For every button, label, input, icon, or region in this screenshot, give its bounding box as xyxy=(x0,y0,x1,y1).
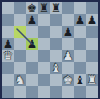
black-pawn[interactable]: ♟ xyxy=(63,26,73,38)
black-rook[interactable]: ♜ xyxy=(51,2,61,14)
white-pawn[interactable]: ♟ xyxy=(63,50,73,62)
square-f6[interactable]: ♟ xyxy=(62,26,74,38)
square-e8[interactable]: ♜ xyxy=(50,2,62,14)
square-b1[interactable] xyxy=(14,86,26,98)
square-h7[interactable]: ♟ xyxy=(86,14,98,26)
square-h5[interactable] xyxy=(86,38,98,50)
square-g2[interactable]: ♝ xyxy=(74,74,86,86)
square-g4[interactable] xyxy=(74,50,86,62)
square-a2[interactable] xyxy=(2,74,14,86)
square-b7[interactable] xyxy=(14,14,26,26)
black-pawn[interactable]: ♟ xyxy=(27,38,37,50)
square-b6[interactable] xyxy=(14,26,26,38)
square-h6[interactable] xyxy=(86,26,98,38)
square-a1[interactable] xyxy=(2,86,14,98)
black-pawn[interactable]: ♟ xyxy=(75,14,85,26)
square-e7[interactable] xyxy=(50,14,62,26)
square-d5[interactable] xyxy=(38,38,50,50)
square-h2[interactable]: ♜ xyxy=(86,74,98,86)
square-d8[interactable]: ♜ xyxy=(38,2,50,14)
square-a4[interactable]: ♛ xyxy=(2,50,14,62)
square-a8[interactable] xyxy=(2,2,14,14)
square-g6[interactable] xyxy=(74,26,86,38)
square-b5[interactable] xyxy=(14,38,26,50)
square-g1[interactable] xyxy=(74,86,86,98)
square-d6[interactable] xyxy=(38,26,50,38)
white-bishop[interactable]: ♝ xyxy=(51,62,61,74)
square-c4[interactable] xyxy=(26,50,38,62)
square-c2[interactable] xyxy=(26,74,38,86)
white-knight[interactable]: ♞ xyxy=(15,74,25,86)
square-e3[interactable]: ♝ xyxy=(50,62,62,74)
square-d7[interactable] xyxy=(38,14,50,26)
square-g5[interactable] xyxy=(74,38,86,50)
black-pawn[interactable]: ♟ xyxy=(87,14,97,26)
square-d3[interactable] xyxy=(38,62,50,74)
square-d1[interactable] xyxy=(38,86,50,98)
board-frame: ♚♜♜♟♟♟♟♟♟♛♟♝♞♚♝♜ xyxy=(0,0,100,99)
black-bishop[interactable]: ♝ xyxy=(75,74,85,86)
square-f2[interactable]: ♚ xyxy=(62,74,74,86)
square-d2[interactable] xyxy=(38,74,50,86)
square-f4[interactable]: ♟ xyxy=(62,50,74,62)
black-pawn[interactable]: ♟ xyxy=(27,14,37,26)
square-c7[interactable]: ♟ xyxy=(26,14,38,26)
square-a7[interactable] xyxy=(2,14,14,26)
black-rook[interactable]: ♜ xyxy=(39,2,49,14)
white-queen[interactable]: ♛ xyxy=(3,50,13,62)
square-a3[interactable] xyxy=(2,62,14,74)
square-e2[interactable] xyxy=(50,74,62,86)
chess-board[interactable]: ♚♜♜♟♟♟♟♟♟♛♟♝♞♚♝♜ xyxy=(2,2,98,98)
square-h1[interactable] xyxy=(86,86,98,98)
white-king[interactable]: ♚ xyxy=(63,74,73,86)
square-b4[interactable] xyxy=(14,50,26,62)
square-b2[interactable]: ♞ xyxy=(14,74,26,86)
square-d4[interactable] xyxy=(38,50,50,62)
square-g7[interactable]: ♟ xyxy=(74,14,86,26)
square-c3[interactable] xyxy=(26,62,38,74)
square-e1[interactable] xyxy=(50,86,62,98)
square-h4[interactable] xyxy=(86,50,98,62)
square-e6[interactable] xyxy=(50,26,62,38)
square-f1[interactable] xyxy=(62,86,74,98)
square-f8[interactable] xyxy=(62,2,74,14)
square-b8[interactable] xyxy=(14,2,26,14)
white-rook[interactable]: ♜ xyxy=(87,74,97,86)
square-c5[interactable]: ♟ xyxy=(26,38,38,50)
square-c1[interactable] xyxy=(26,86,38,98)
square-e5[interactable] xyxy=(50,38,62,50)
